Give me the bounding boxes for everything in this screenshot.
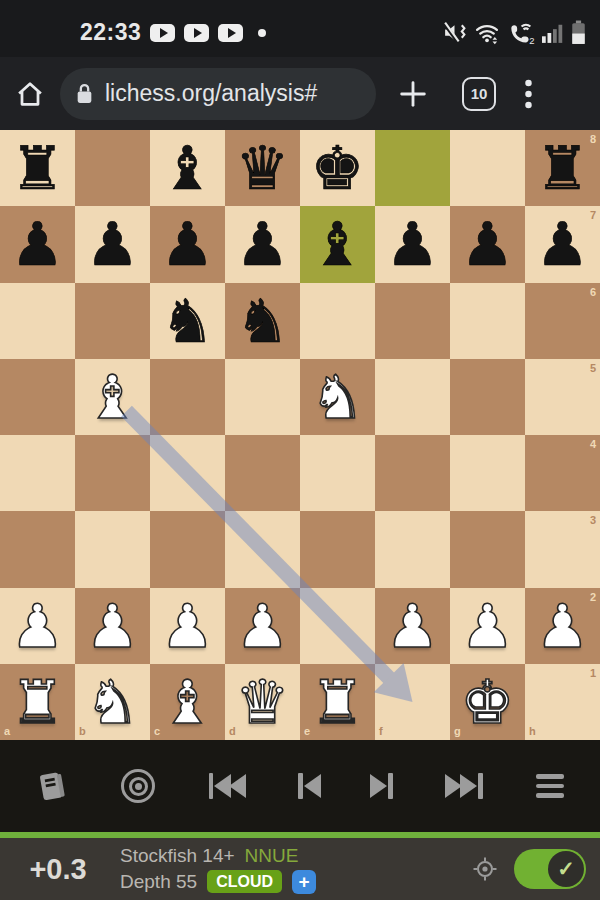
battery-icon [571,20,586,45]
coord-file-f: f [379,726,383,737]
square-g3[interactable] [450,511,525,587]
square-b6[interactable] [75,283,150,359]
white-knight-e5[interactable]: ♞ [300,359,375,435]
step-forward-button[interactable] [365,767,401,805]
coord-rank-1: 1 [590,668,596,679]
white-king-g1[interactable]: ♚ [450,664,525,740]
square-d4[interactable] [225,435,300,511]
square-f4[interactable] [375,435,450,511]
plus-icon [396,77,430,111]
square-g5[interactable] [450,359,525,435]
square-b7[interactable]: ♟ [75,206,150,282]
square-h2[interactable]: ♟2 [525,588,600,664]
square-f2[interactable]: ♟ [375,588,450,664]
home-button[interactable] [14,78,46,110]
black-bishop-e7[interactable]: ♝ [300,206,375,282]
engine-toggle-knob: ✓ [548,851,584,887]
white-bishop-b5[interactable]: ♝ [75,359,150,435]
black-pawn-d7[interactable]: ♟ [225,206,300,282]
square-g2[interactable]: ♟ [450,588,525,664]
black-pawn-g7[interactable]: ♟ [450,206,525,282]
engine-panel: +0.3 Stockfish 14+ NNUE Depth 55 CLOUD + [0,832,600,900]
engine-toggle[interactable]: ✓ [514,849,586,889]
svg-text:2: 2 [529,36,534,45]
square-f3[interactable] [375,511,450,587]
square-d7[interactable]: ♟ [225,206,300,282]
new-tab-button[interactable] [396,77,430,111]
square-e3[interactable] [300,511,375,587]
black-king-e8[interactable]: ♚ [300,130,375,206]
black-pawn-c7[interactable]: ♟ [150,206,225,282]
coord-rank-8: 8 [590,134,596,145]
black-rook-a8[interactable]: ♜ [0,130,75,206]
square-a1[interactable]: ♜a [0,664,75,740]
square-a2[interactable]: ♟ [0,588,75,664]
square-d5[interactable] [225,359,300,435]
menu-button[interactable] [530,768,570,804]
square-h7[interactable]: ♟7 [525,206,600,282]
square-b5[interactable]: ♝ [75,359,150,435]
step-back-icon [298,773,303,799]
depth-label: Depth 55 [120,871,197,893]
black-bishop-c8[interactable]: ♝ [150,130,225,206]
step-back-button[interactable] [290,767,326,805]
opening-book-button[interactable] [30,763,76,809]
coord-rank-5: 5 [590,363,596,374]
black-knight-d6[interactable]: ♞ [225,283,300,359]
lock-icon [76,83,93,104]
skip-first-button[interactable] [201,767,252,805]
analysis-toolbar [0,740,600,832]
white-bishop-c1[interactable]: ♝ [150,664,225,740]
square-f6[interactable] [375,283,450,359]
coord-file-e: e [304,726,310,737]
coord-rank-7: 7 [590,210,596,221]
home-icon [14,78,46,110]
square-a6[interactable] [0,283,75,359]
black-pawn-f7[interactable]: ♟ [375,206,450,282]
phone-screen: 22:33 [0,0,600,900]
black-pawn-h7[interactable]: ♟ [525,206,600,282]
square-d3[interactable] [225,511,300,587]
square-h8[interactable]: ♜8 [525,130,600,206]
white-pawn-b2[interactable]: ♟ [75,588,150,664]
cloud-badge: CLOUD [207,870,282,893]
square-a5[interactable] [0,359,75,435]
coord-file-d: d [229,726,236,737]
square-h6[interactable]: 6 [525,283,600,359]
square-b4[interactable] [75,435,150,511]
evaluation-score: +0.3 [10,853,106,886]
nnue-label: NNUE [245,845,299,867]
signal-bars-icon [542,22,564,44]
square-c8[interactable]: ♝ [150,130,225,206]
black-pawn-a7[interactable]: ♟ [0,206,75,282]
browser-toolbar: lichess.org/analysis# 10 [0,57,600,130]
white-pawn-d2[interactable]: ♟ [225,588,300,664]
white-knight-b1[interactable]: ♞ [75,664,150,740]
tab-count: 10 [471,85,488,102]
status-right: 2 [442,20,586,45]
square-g7[interactable]: ♟ [450,206,525,282]
square-e4[interactable] [300,435,375,511]
status-left: 22:33 [80,19,266,46]
mute-vibrate-icon [442,20,467,45]
square-c6[interactable]: ♞ [150,283,225,359]
square-d2[interactable]: ♟ [225,588,300,664]
square-a4[interactable] [0,435,75,511]
coord-file-g: g [454,726,461,737]
square-e2[interactable] [300,588,375,664]
white-rook-a1[interactable]: ♜ [0,664,75,740]
crosshair-icon[interactable] [472,856,498,882]
skip-first-icon [209,773,214,799]
coord-file-c: c [154,726,160,737]
url-text: lichess.org/analysis# [105,80,317,107]
square-e6[interactable] [300,283,375,359]
square-f1[interactable]: f [375,664,450,740]
black-pawn-b7[interactable]: ♟ [75,206,150,282]
white-pawn-g2[interactable]: ♟ [450,588,525,664]
square-f8[interactable] [375,130,450,206]
coord-rank-6: 6 [590,287,596,298]
coord-rank-4: 4 [590,439,596,450]
square-g1[interactable]: ♚g [450,664,525,740]
square-g4[interactable] [450,435,525,511]
coord-file-b: b [79,726,86,737]
square-h4[interactable]: 4 [525,435,600,511]
square-h5[interactable]: 5 [525,359,600,435]
square-e7[interactable]: ♝ [300,206,375,282]
add-engine-lines-button[interactable]: + [292,870,316,894]
square-c7[interactable]: ♟ [150,206,225,282]
square-d6[interactable]: ♞ [225,283,300,359]
hamburger-icon [536,774,564,798]
youtube-icon [218,24,243,42]
square-c4[interactable] [150,435,225,511]
target-icon [121,769,155,803]
youtube-icon [184,24,209,42]
square-d1[interactable]: ♛d [225,664,300,740]
white-queen-d1[interactable]: ♛ [225,664,300,740]
white-rook-e1[interactable]: ♜ [300,664,375,740]
white-pawn-c2[interactable]: ♟ [150,588,225,664]
square-a7[interactable]: ♟ [0,206,75,282]
square-e1[interactable]: ♜e [300,664,375,740]
square-a8[interactable]: ♜ [0,130,75,206]
status-bar: 22:33 [0,0,600,57]
address-bar[interactable]: lichess.org/analysis# [60,68,376,120]
square-h1[interactable]: 1h [525,664,600,740]
step-forward-icon [370,774,387,798]
chess-board[interactable]: ♜♝♛♚♜8♟♟♟♟♝♟♟♟7♞♞6♝♞543♟♟♟♟♟♟♟2♜a♞b♝c♛d♜… [0,130,600,740]
coord-rank-3: 3 [590,515,596,526]
square-g8[interactable] [450,130,525,206]
browser-menu-button[interactable] [524,79,533,109]
square-b1[interactable]: ♞b [75,664,150,740]
square-c2[interactable]: ♟ [150,588,225,664]
youtube-icon [150,24,175,42]
square-g6[interactable] [450,283,525,359]
coord-file-a: a [4,726,10,737]
notification-dot-icon [258,29,266,37]
engine-progress-bar [0,832,600,838]
clock: 22:33 [80,19,141,46]
tab-switcher-button[interactable]: 10 [462,77,496,111]
wifi-calling-icon: 2 [507,20,535,45]
square-f5[interactable] [375,359,450,435]
square-c5[interactable] [150,359,225,435]
black-rook-h8[interactable]: ♜ [525,130,600,206]
square-e8[interactable]: ♚ [300,130,375,206]
square-c3[interactable] [150,511,225,587]
coord-rank-2: 2 [590,592,596,603]
square-b3[interactable] [75,511,150,587]
wifi-icon [474,20,500,45]
square-d8[interactable]: ♛ [225,130,300,206]
square-b8[interactable] [75,130,150,206]
board-grid: ♜♝♛♚♜8♟♟♟♟♝♟♟♟7♞♞6♝♞543♟♟♟♟♟♟♟2♜a♞b♝c♛d♜… [0,130,600,740]
square-b2[interactable]: ♟ [75,588,150,664]
coord-file-h: h [529,726,536,737]
square-f7[interactable]: ♟ [375,206,450,282]
square-a3[interactable] [0,511,75,587]
white-pawn-a2[interactable]: ♟ [0,588,75,664]
square-h3[interactable]: 3 [525,511,600,587]
skip-last-button[interactable] [440,767,491,805]
book-icon [36,769,70,803]
practice-target-button[interactable] [115,763,161,809]
white-pawn-h2[interactable]: ♟ [525,588,600,664]
white-pawn-f2[interactable]: ♟ [375,588,450,664]
engine-controls: ✓ [472,849,586,889]
square-e5[interactable]: ♞ [300,359,375,435]
engine-name: Stockfish 14+ [120,845,235,867]
black-knight-c6[interactable]: ♞ [150,283,225,359]
engine-info: Stockfish 14+ NNUE Depth 55 CLOUD + [120,845,316,894]
square-c1[interactable]: ♝c [150,664,225,740]
black-queen-d8[interactable]: ♛ [225,130,300,206]
kebab-icon [524,79,533,109]
